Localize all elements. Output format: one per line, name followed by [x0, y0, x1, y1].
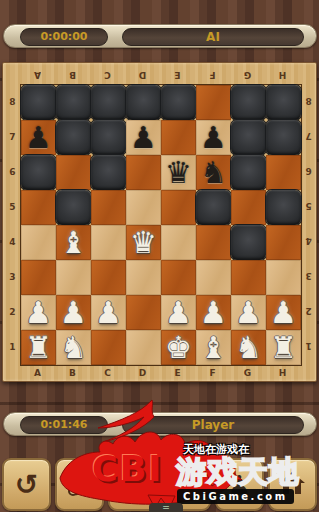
- square-c6[interactable]: [91, 155, 126, 190]
- scroll-icon: [65, 468, 95, 502]
- black-knight-piece[interactable]: ♞: [200, 155, 227, 190]
- coord-label: C: [90, 365, 125, 381]
- white-pawn-piece[interactable]: ♟: [60, 295, 87, 330]
- white-knight-piece[interactable]: ♞: [60, 330, 87, 365]
- file-labels-bottom: ABCDEFGH: [20, 365, 300, 381]
- moves-scroll-button[interactable]: [55, 458, 104, 511]
- white-pawn-piece[interactable]: ♟: [165, 295, 192, 330]
- opponent-clock-bar: 0:00:00 AI: [3, 24, 317, 48]
- square-d1[interactable]: [126, 330, 161, 365]
- square-g5[interactable]: [231, 190, 266, 225]
- square-f1[interactable]: ♝: [196, 330, 231, 365]
- square-g2[interactable]: ♟: [231, 295, 266, 330]
- home-button[interactable]: [268, 458, 317, 511]
- square-a5[interactable]: [21, 190, 56, 225]
- coord-label: 6: [301, 154, 316, 189]
- coord-label: D: [125, 365, 160, 381]
- coord-label: G: [230, 365, 265, 381]
- board-frame: ABCDEFGH ABCDEFGH 87654321 87654321 ♟♟♟♛…: [2, 62, 317, 382]
- square-b5[interactable]: [56, 190, 91, 225]
- coord-label: H: [265, 66, 300, 83]
- white-king-piece[interactable]: ♚: [165, 330, 192, 365]
- square-d8[interactable]: [126, 85, 161, 120]
- dial-icon: [117, 467, 149, 503]
- undo-button[interactable]: ↺: [2, 458, 51, 511]
- square-d2[interactable]: [126, 295, 161, 330]
- square-d3[interactable]: [126, 260, 161, 295]
- notes-button[interactable]: [162, 458, 211, 511]
- square-h4[interactable]: [266, 225, 301, 260]
- square-a7[interactable]: ♟: [21, 120, 56, 155]
- white-pawn-piece[interactable]: ♟: [95, 295, 122, 330]
- square-f6[interactable]: ♞: [196, 155, 231, 190]
- square-c1[interactable]: [91, 330, 126, 365]
- coord-label: 3: [301, 259, 316, 294]
- square-c3[interactable]: [91, 260, 126, 295]
- square-b4[interactable]: ♝: [56, 225, 91, 260]
- rank-labels-left: 87654321: [5, 84, 20, 364]
- square-h8[interactable]: [266, 85, 301, 120]
- square-a6[interactable]: [21, 155, 56, 190]
- square-f7[interactable]: ♟: [196, 120, 231, 155]
- coord-label: 8: [5, 84, 20, 119]
- player-timer: 0:01:46: [20, 416, 108, 434]
- square-b7[interactable]: [56, 120, 91, 155]
- coord-label: F: [195, 365, 230, 381]
- pieces-button[interactable]: ♟: [215, 458, 264, 511]
- player-name-label: Player: [122, 416, 304, 434]
- square-e5[interactable]: [161, 190, 196, 225]
- coord-label: B: [55, 66, 90, 83]
- coord-label: F: [195, 66, 230, 83]
- white-pawn-piece[interactable]: ♟: [235, 295, 262, 330]
- black-pawn-piece[interactable]: ♟: [130, 120, 157, 155]
- square-a8[interactable]: [21, 85, 56, 120]
- notes-icon: [171, 468, 201, 502]
- square-e4[interactable]: [161, 225, 196, 260]
- square-e3[interactable]: [161, 260, 196, 295]
- coord-label: 2: [301, 294, 316, 329]
- square-g4[interactable]: [231, 225, 266, 260]
- square-d6[interactable]: [126, 155, 161, 190]
- white-bishop-piece[interactable]: ♝: [60, 225, 87, 260]
- square-f8[interactable]: [196, 85, 231, 120]
- coord-label: D: [125, 66, 160, 83]
- coord-label: H: [265, 365, 300, 381]
- coord-label: 5: [301, 189, 316, 224]
- watermark-tagline: 天地在游戏在: [183, 442, 249, 457]
- coord-label: 4: [5, 224, 20, 259]
- square-f4[interactable]: [196, 225, 231, 260]
- square-f2[interactable]: ♟: [196, 295, 231, 330]
- square-f5[interactable]: [196, 190, 231, 225]
- black-pawn-piece[interactable]: ♟: [200, 120, 227, 155]
- coord-label: 5: [5, 189, 20, 224]
- square-g8[interactable]: [231, 85, 266, 120]
- square-h6[interactable]: [266, 155, 301, 190]
- home-icon: [276, 467, 308, 503]
- square-a4[interactable]: [21, 225, 56, 260]
- player-clock-bar: 0:01:46 Player: [3, 412, 317, 436]
- square-b1[interactable]: ♞: [56, 330, 91, 365]
- opponent-name-label: AI: [122, 28, 304, 46]
- white-rook-piece[interactable]: ♜: [270, 330, 297, 365]
- coord-label: C: [90, 66, 125, 83]
- coord-label: E: [160, 365, 195, 381]
- square-c7[interactable]: [91, 120, 126, 155]
- square-b8[interactable]: [56, 85, 91, 120]
- square-f3[interactable]: [196, 260, 231, 295]
- opponent-timer: 0:00:00: [20, 28, 108, 46]
- square-e8[interactable]: [161, 85, 196, 120]
- white-queen-piece[interactable]: ♛: [130, 225, 157, 260]
- coord-label: 2: [5, 294, 20, 329]
- square-e2[interactable]: ♟: [161, 295, 196, 330]
- square-g1[interactable]: ♞: [231, 330, 266, 365]
- square-d5[interactable]: [126, 190, 161, 225]
- white-pawn-piece[interactable]: ♟: [200, 295, 227, 330]
- square-a3[interactable]: [21, 260, 56, 295]
- square-b2[interactable]: ♟: [56, 295, 91, 330]
- square-h5[interactable]: [266, 190, 301, 225]
- square-g7[interactable]: [231, 120, 266, 155]
- coord-label: B: [55, 365, 90, 381]
- square-g3[interactable]: [231, 260, 266, 295]
- coord-label: 6: [5, 154, 20, 189]
- black-pawn-piece[interactable]: ♟: [25, 120, 52, 155]
- rank-labels-right: 87654321: [301, 84, 316, 364]
- square-e1[interactable]: ♚: [161, 330, 196, 365]
- chess-board[interactable]: ♟♟♟♛♞♝♛♟♟♟♟♟♟♟♜♞♚♝♞♜: [20, 84, 302, 366]
- square-c4[interactable]: [91, 225, 126, 260]
- square-c5[interactable]: [91, 190, 126, 225]
- dial-button[interactable]: [108, 458, 157, 511]
- coord-label: 7: [5, 119, 20, 154]
- black-queen-piece[interactable]: ♛: [165, 155, 192, 190]
- square-e7[interactable]: [161, 120, 196, 155]
- square-e6[interactable]: ♛: [161, 155, 196, 190]
- square-a1[interactable]: ♜: [21, 330, 56, 365]
- white-pawn-piece[interactable]: ♟: [270, 295, 297, 330]
- coord-label: 1: [301, 329, 316, 364]
- coord-label: A: [20, 365, 55, 381]
- coord-label: 4: [301, 224, 316, 259]
- coord-label: G: [230, 66, 265, 83]
- square-b6[interactable]: [56, 155, 91, 190]
- square-g6[interactable]: [231, 155, 266, 190]
- square-h3[interactable]: [266, 260, 301, 295]
- square-c2[interactable]: ♟: [91, 295, 126, 330]
- undo-icon: ↺: [15, 471, 38, 499]
- square-h7[interactable]: [266, 120, 301, 155]
- coord-label: E: [160, 66, 195, 83]
- square-h1[interactable]: ♜: [266, 330, 301, 365]
- white-bishop-piece[interactable]: ♝: [200, 330, 227, 365]
- file-labels-top: ABCDEFGH: [20, 66, 300, 83]
- coord-label: 3: [5, 259, 20, 294]
- white-rook-piece[interactable]: ♜: [25, 330, 52, 365]
- square-c8[interactable]: [91, 85, 126, 120]
- coord-label: 1: [5, 329, 20, 364]
- toolbar: ↺: [0, 457, 319, 512]
- coord-label: 7: [301, 119, 316, 154]
- square-b3[interactable]: [56, 260, 91, 295]
- square-a2[interactable]: ♟: [21, 295, 56, 330]
- square-d4[interactable]: ♛: [126, 225, 161, 260]
- coord-label: 8: [301, 84, 316, 119]
- pawn-icon: ♟: [228, 472, 251, 498]
- square-d7[interactable]: ♟: [126, 120, 161, 155]
- coord-label: A: [20, 66, 55, 83]
- white-pawn-piece[interactable]: ♟: [25, 295, 52, 330]
- chess-app-screen: { "game": "chess", "position": { "fen": …: [0, 0, 319, 512]
- square-h2[interactable]: ♟: [266, 295, 301, 330]
- white-knight-piece[interactable]: ♞: [235, 330, 262, 365]
